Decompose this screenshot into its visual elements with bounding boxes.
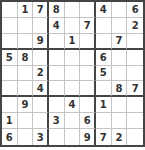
cell-r8c6[interactable]: 6 [80,113,96,129]
cell-r1c1[interactable] [2,2,18,18]
cell-r1c5[interactable] [65,2,81,18]
cell-r6c4[interactable] [49,81,65,97]
cell-r4c5[interactable] [65,50,81,66]
cell-r8c2[interactable] [18,113,34,129]
cell-r7c7[interactable]: 1 [96,97,112,113]
cell-r4c2[interactable]: 8 [18,50,34,66]
cell-r5c8[interactable] [112,66,128,82]
cell-r4c8[interactable] [112,50,128,66]
cell-r1c6[interactable] [80,2,96,18]
cell-r1c4[interactable]: 8 [49,2,65,18]
cell-r2c9[interactable]: 2 [127,18,143,34]
cell-r3c2[interactable] [18,34,34,50]
cell-r2c2[interactable] [18,18,34,34]
cell-r8c8[interactable] [112,113,128,129]
cell-r3c6[interactable] [80,34,96,50]
cell-r6c8[interactable]: 8 [112,81,128,97]
cell-r6c5[interactable] [65,81,81,97]
cell-r9c4[interactable] [49,129,65,145]
cell-r2c8[interactable] [112,18,128,34]
cell-r1c9[interactable]: 6 [127,2,143,18]
cell-r7c2[interactable]: 9 [18,97,34,113]
cell-r6c2[interactable] [18,81,34,97]
cell-r1c3[interactable]: 7 [33,2,49,18]
cell-r7c9[interactable] [127,97,143,113]
cell-r1c8[interactable] [112,2,128,18]
cell-r9c2[interactable] [18,129,34,145]
cell-r3c4[interactable] [49,34,65,50]
cell-r8c4[interactable]: 3 [49,113,65,129]
cell-r2c4[interactable]: 4 [49,18,65,34]
cell-r9c8[interactable]: 2 [112,129,128,145]
cell-r8c9[interactable] [127,113,143,129]
cell-r4c3[interactable] [33,50,49,66]
cell-r4c4[interactable] [49,50,65,66]
cell-r7c8[interactable] [112,97,128,113]
cell-r3c9[interactable] [127,34,143,50]
cell-r5c7[interactable]: 5 [96,66,112,82]
sudoku-board: 178464729175862548794113663972 [0,0,145,147]
cell-r3c5[interactable]: 1 [65,34,81,50]
cell-r2c6[interactable]: 7 [80,18,96,34]
cell-r8c7[interactable] [96,113,112,129]
cell-r5c3[interactable]: 2 [33,66,49,82]
cell-r2c1[interactable] [2,18,18,34]
cell-r5c4[interactable] [49,66,65,82]
cell-r3c7[interactable] [96,34,112,50]
cell-r2c3[interactable] [33,18,49,34]
cell-r5c5[interactable] [65,66,81,82]
cell-r1c7[interactable]: 4 [96,2,112,18]
cell-r7c4[interactable] [49,97,65,113]
cell-r3c3[interactable]: 9 [33,34,49,50]
cell-r2c7[interactable] [96,18,112,34]
cell-r4c9[interactable] [127,50,143,66]
cell-r4c1[interactable]: 5 [2,50,18,66]
cell-r4c6[interactable] [80,50,96,66]
cell-r6c9[interactable]: 7 [127,81,143,97]
cell-r7c5[interactable]: 4 [65,97,81,113]
cell-r9c9[interactable] [127,129,143,145]
cell-r7c3[interactable] [33,97,49,113]
cell-r8c3[interactable] [33,113,49,129]
cell-r8c5[interactable] [65,113,81,129]
cell-r3c1[interactable] [2,34,18,50]
cell-r9c3[interactable]: 3 [33,129,49,145]
cell-r1c2[interactable]: 1 [18,2,34,18]
cell-r5c2[interactable] [18,66,34,82]
cell-r9c1[interactable]: 6 [2,129,18,145]
cell-r9c5[interactable] [65,129,81,145]
cell-r5c9[interactable] [127,66,143,82]
cell-r2c5[interactable] [65,18,81,34]
cell-r8c1[interactable]: 1 [2,113,18,129]
cell-r5c6[interactable] [80,66,96,82]
cell-r3c8[interactable]: 7 [112,34,128,50]
cell-r7c1[interactable] [2,97,18,113]
cell-r9c6[interactable]: 9 [80,129,96,145]
cell-r6c6[interactable] [80,81,96,97]
cell-r6c3[interactable]: 4 [33,81,49,97]
cell-r9c7[interactable]: 7 [96,129,112,145]
cell-r6c1[interactable] [2,81,18,97]
cell-r5c1[interactable] [2,66,18,82]
cell-r4c7[interactable]: 6 [96,50,112,66]
cell-r7c6[interactable] [80,97,96,113]
cell-r6c7[interactable] [96,81,112,97]
